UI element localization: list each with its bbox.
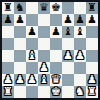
square-h8[interactable]: ♜ [86, 2, 98, 14]
square-h3[interactable] [86, 62, 98, 74]
black-king-piece: ♚ [51, 2, 61, 14]
square-b2[interactable]: ♟ [14, 74, 26, 86]
square-d5[interactable] [38, 38, 50, 50]
black-knight-piece: ♞ [15, 2, 25, 14]
square-d3[interactable]: ♟ [38, 62, 50, 74]
square-c4[interactable]: ♝ [26, 50, 38, 62]
black-pawn-piece: ♟ [3, 14, 13, 26]
square-e2[interactable]: ♛ [50, 74, 62, 86]
square-b4[interactable] [14, 50, 26, 62]
black-bishop-piece: ♝ [63, 26, 73, 38]
square-h4[interactable] [86, 50, 98, 62]
square-e4[interactable] [50, 50, 62, 62]
square-g8[interactable] [74, 2, 86, 14]
white-rook-piece: ♜ [3, 86, 13, 98]
square-f4[interactable]: ♟ [62, 50, 74, 62]
square-c1[interactable] [26, 86, 38, 98]
square-d7[interactable] [38, 14, 50, 26]
square-g2[interactable] [74, 74, 86, 86]
black-pawn-piece: ♟ [63, 14, 73, 26]
white-pawn-piece: ♟ [63, 50, 73, 62]
black-pawn-piece: ♟ [75, 14, 85, 26]
square-d4[interactable] [38, 50, 50, 62]
square-g7[interactable]: ♟ [74, 14, 86, 26]
black-pawn-piece: ♟ [51, 26, 61, 38]
square-b5[interactable] [14, 38, 26, 50]
square-f5[interactable] [62, 38, 74, 50]
square-b8[interactable]: ♞ [14, 2, 26, 14]
square-h7[interactable]: ♟ [86, 14, 98, 26]
square-f6[interactable]: ♝ [62, 26, 74, 38]
black-rook-piece: ♜ [87, 2, 97, 14]
black-rook-piece: ♜ [3, 2, 13, 14]
square-a7[interactable]: ♟ [2, 14, 14, 26]
square-a5[interactable] [2, 38, 14, 50]
white-bishop-piece: ♝ [27, 50, 37, 62]
white-pawn-piece: ♟ [3, 74, 13, 86]
square-g4[interactable]: ♟ [74, 50, 86, 62]
square-e8[interactable]: ♚ [50, 2, 62, 14]
white-pawn-piece: ♟ [75, 50, 85, 62]
square-d1[interactable] [38, 86, 50, 98]
square-d6[interactable] [38, 26, 50, 38]
black-pawn-piece: ♟ [15, 14, 25, 26]
square-e3[interactable] [50, 62, 62, 74]
square-b1[interactable] [14, 86, 26, 98]
square-b6[interactable] [14, 26, 26, 38]
white-pawn-piece: ♟ [39, 62, 49, 74]
black-pawn-piece: ♟ [27, 26, 37, 38]
white-rook-piece: ♜ [87, 86, 97, 98]
white-knight-piece: ♞ [75, 86, 85, 98]
white-bishop-piece: ♝ [39, 74, 49, 86]
square-e5[interactable] [50, 38, 62, 50]
square-e1[interactable]: ♚ [50, 86, 62, 98]
square-f1[interactable] [62, 86, 74, 98]
black-bishop-piece: ♝ [75, 26, 85, 38]
square-a1[interactable]: ♜ [2, 86, 14, 98]
square-e6[interactable]: ♟ [50, 26, 62, 38]
square-c3[interactable] [26, 62, 38, 74]
square-b3[interactable] [14, 62, 26, 74]
square-d8[interactable]: ♛ [38, 2, 50, 14]
square-c5[interactable] [26, 38, 38, 50]
white-king-piece: ♚ [51, 86, 61, 98]
square-h6[interactable] [86, 26, 98, 38]
square-g3[interactable] [74, 62, 86, 74]
square-h2[interactable]: ♟ [86, 74, 98, 86]
square-a8[interactable]: ♜ [2, 2, 14, 14]
white-pawn-piece: ♟ [15, 74, 25, 86]
square-d2[interactable]: ♝ [38, 74, 50, 86]
square-c7[interactable] [26, 14, 38, 26]
square-a6[interactable] [2, 26, 14, 38]
square-g1[interactable]: ♞ [74, 86, 86, 98]
white-pawn-piece: ♟ [27, 74, 37, 86]
white-queen-piece: ♛ [51, 74, 61, 86]
chess-board: ♜♞♛♚♜♟♟♟♟♟♟♟♝♝♝♟♟♟♟♟♟♝♛♟♜♚♞♜ [2, 2, 98, 98]
black-pawn-piece: ♟ [87, 14, 97, 26]
black-queen-piece: ♛ [39, 2, 49, 14]
square-b7[interactable]: ♟ [14, 14, 26, 26]
square-f3[interactable] [62, 62, 74, 74]
white-pawn-piece: ♟ [87, 74, 97, 86]
square-g6[interactable]: ♝ [74, 26, 86, 38]
square-a3[interactable] [2, 62, 14, 74]
square-c2[interactable]: ♟ [26, 74, 38, 86]
square-f8[interactable] [62, 2, 74, 14]
square-c6[interactable]: ♟ [26, 26, 38, 38]
square-a4[interactable] [2, 50, 14, 62]
square-g5[interactable] [74, 38, 86, 50]
square-e7[interactable] [50, 14, 62, 26]
square-a2[interactable]: ♟ [2, 74, 14, 86]
square-f7[interactable]: ♟ [62, 14, 74, 26]
square-h1[interactable]: ♜ [86, 86, 98, 98]
square-c8[interactable] [26, 2, 38, 14]
square-f2[interactable] [62, 74, 74, 86]
square-h5[interactable] [86, 38, 98, 50]
